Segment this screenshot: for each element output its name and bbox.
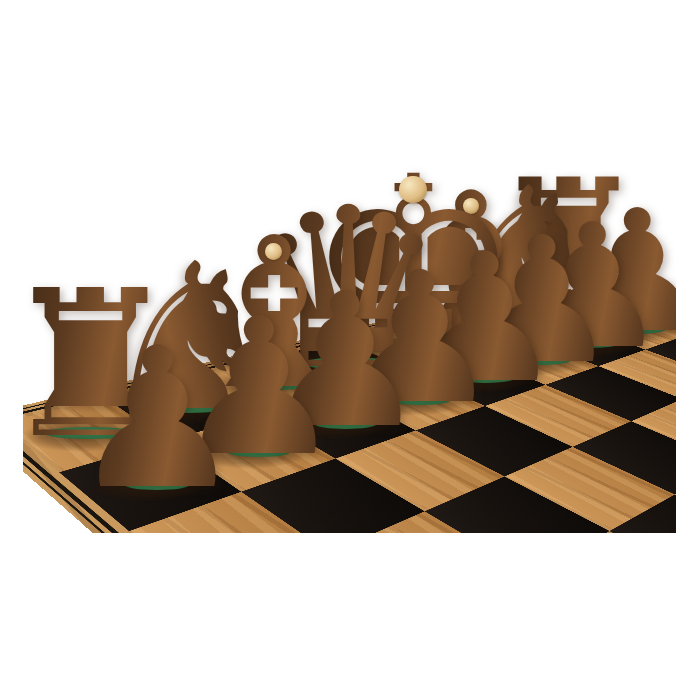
square-b3: [572, 652, 700, 700]
chess-set-product-photo: ♜♞♝♛♚♝♞♜♟♟♟♟♟♟♟♟: [0, 0, 700, 700]
square-c4: [532, 531, 700, 652]
square-c3: [662, 597, 700, 700]
square-g5: [682, 379, 700, 436]
square-e4: [675, 463, 700, 550]
piece-black-pawn-a7: ♟: [60, 322, 254, 516]
square-a4: [321, 627, 572, 700]
square-b4: [437, 575, 662, 700]
square-a5: [214, 553, 437, 693]
photo-crop: ♜♞♝♛♚♝♞♜♟♟♟♟♟♟♟♟: [0, 0, 700, 700]
